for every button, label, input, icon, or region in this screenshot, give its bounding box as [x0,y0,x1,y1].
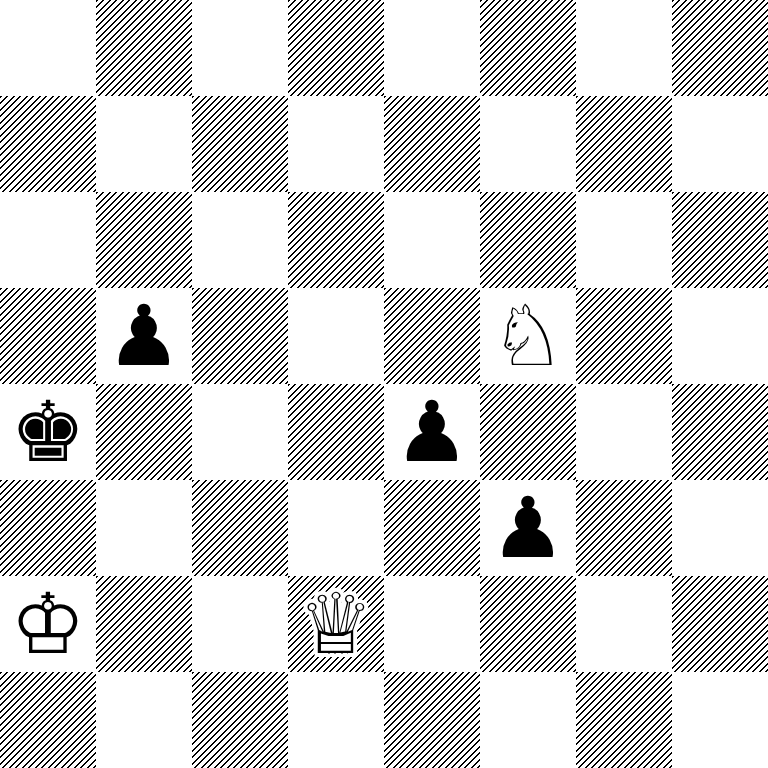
square-h1[interactable] [672,672,768,768]
square-a5[interactable] [0,288,96,384]
square-d6[interactable] [288,192,384,288]
square-h6[interactable] [672,192,768,288]
square-e1[interactable] [384,672,480,768]
white-knight[interactable]: ♞♘ [480,288,576,384]
square-e4[interactable]: ♟♟ [384,384,480,480]
square-b6[interactable] [96,192,192,288]
piece-glyph: ♟ [384,384,480,480]
square-f1[interactable] [480,672,576,768]
square-g2[interactable] [576,576,672,672]
square-c3[interactable] [192,480,288,576]
piece-glyph: ♕ [288,576,384,672]
square-c4[interactable] [192,384,288,480]
chess-board: ♟♟♞♘♚♚♟♟♟♟♚♔♛♕ [0,0,768,768]
square-g1[interactable] [576,672,672,768]
square-a6[interactable] [0,192,96,288]
square-e5[interactable] [384,288,480,384]
square-b2[interactable] [96,576,192,672]
square-c7[interactable] [192,96,288,192]
square-c2[interactable] [192,576,288,672]
black-pawn[interactable]: ♟♟ [480,480,576,576]
square-a1[interactable] [0,672,96,768]
square-d8[interactable] [288,0,384,96]
square-f7[interactable] [480,96,576,192]
square-b8[interactable] [96,0,192,96]
square-e7[interactable] [384,96,480,192]
square-d3[interactable] [288,480,384,576]
white-king[interactable]: ♚♔ [0,576,96,672]
square-f4[interactable] [480,384,576,480]
square-d1[interactable] [288,672,384,768]
piece-glyph: ♟ [480,480,576,576]
square-d4[interactable] [288,384,384,480]
black-king[interactable]: ♚♚ [0,384,96,480]
square-g4[interactable] [576,384,672,480]
square-f2[interactable] [480,576,576,672]
square-b1[interactable] [96,672,192,768]
square-d5[interactable] [288,288,384,384]
square-c6[interactable] [192,192,288,288]
square-g5[interactable] [576,288,672,384]
square-a8[interactable] [0,0,96,96]
square-g8[interactable] [576,0,672,96]
square-e2[interactable] [384,576,480,672]
square-d7[interactable] [288,96,384,192]
square-e3[interactable] [384,480,480,576]
black-pawn[interactable]: ♟♟ [96,288,192,384]
piece-glyph: ♔ [0,576,96,672]
square-a7[interactable] [0,96,96,192]
square-a4[interactable]: ♚♚ [0,384,96,480]
square-f8[interactable] [480,0,576,96]
square-h7[interactable] [672,96,768,192]
square-c8[interactable] [192,0,288,96]
black-pawn[interactable]: ♟♟ [384,384,480,480]
piece-glyph: ♚ [0,384,96,480]
square-e6[interactable] [384,192,480,288]
square-d2[interactable]: ♛♕ [288,576,384,672]
square-h8[interactable] [672,0,768,96]
square-a3[interactable] [0,480,96,576]
piece-glyph: ♟ [96,288,192,384]
piece-glyph: ♘ [480,288,576,384]
white-queen[interactable]: ♛♕ [288,576,384,672]
square-g3[interactable] [576,480,672,576]
square-h3[interactable] [672,480,768,576]
square-g6[interactable] [576,192,672,288]
square-e8[interactable] [384,0,480,96]
square-c1[interactable] [192,672,288,768]
square-g7[interactable] [576,96,672,192]
square-b5[interactable]: ♟♟ [96,288,192,384]
square-a2[interactable]: ♚♔ [0,576,96,672]
square-b7[interactable] [96,96,192,192]
square-h5[interactable] [672,288,768,384]
square-f6[interactable] [480,192,576,288]
square-c5[interactable] [192,288,288,384]
square-h4[interactable] [672,384,768,480]
square-f3[interactable]: ♟♟ [480,480,576,576]
square-f5[interactable]: ♞♘ [480,288,576,384]
square-b4[interactable] [96,384,192,480]
square-h2[interactable] [672,576,768,672]
square-b3[interactable] [96,480,192,576]
